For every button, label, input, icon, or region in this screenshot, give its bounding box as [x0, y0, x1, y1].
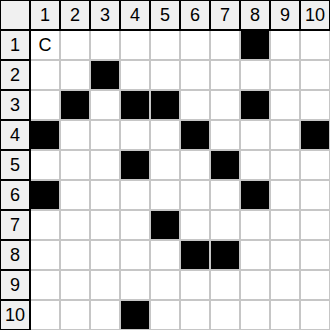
- cell-r5-c6[interactable]: [181, 151, 211, 181]
- cell-r8-c6[interactable]: [181, 241, 211, 271]
- cell-r4-c9[interactable]: [271, 121, 301, 151]
- cell-r10-c8[interactable]: [241, 301, 271, 330]
- cell-r3-c6[interactable]: [181, 91, 211, 121]
- crossword-board: 123456789101C2345678910: [0, 0, 330, 330]
- cell-r5-c10[interactable]: [301, 151, 330, 181]
- cell-r9-c4[interactable]: [121, 271, 151, 301]
- cell-r2-c6[interactable]: [181, 61, 211, 91]
- cell-r9-c7[interactable]: [211, 271, 241, 301]
- cell-r10-c10[interactable]: [301, 301, 330, 330]
- cell-r6-c1[interactable]: [31, 181, 61, 211]
- cell-r10-c9[interactable]: [271, 301, 301, 330]
- cell-r7-c8[interactable]: [241, 211, 271, 241]
- cell-r7-c6[interactable]: [181, 211, 211, 241]
- cell-r10-c5[interactable]: [151, 301, 181, 330]
- cell-r9-c6[interactable]: [181, 271, 211, 301]
- cell-r8-c1[interactable]: [31, 241, 61, 271]
- cell-r2-c9[interactable]: [271, 61, 301, 91]
- cell-r4-c6[interactable]: [181, 121, 211, 151]
- cell-r6-c8[interactable]: [241, 181, 271, 211]
- cell-r1-c4[interactable]: [121, 31, 151, 61]
- row-header-6: 6: [1, 181, 31, 211]
- col-header-5: 5: [151, 1, 181, 31]
- cell-r3-c3[interactable]: [91, 91, 121, 121]
- cell-r10-c7[interactable]: [211, 301, 241, 330]
- cell-r5-c2[interactable]: [61, 151, 91, 181]
- row-header-10: 10: [1, 301, 31, 330]
- row-header-1: 1: [1, 31, 31, 61]
- cell-r2-c4[interactable]: [121, 61, 151, 91]
- cell-r1-c3[interactable]: [91, 31, 121, 61]
- cell-r6-c2[interactable]: [61, 181, 91, 211]
- cell-r6-c3[interactable]: [91, 181, 121, 211]
- cell-r6-c6[interactable]: [181, 181, 211, 211]
- row-header-9: 9: [1, 271, 31, 301]
- cell-r7-c3[interactable]: [91, 211, 121, 241]
- cell-r9-c5[interactable]: [151, 271, 181, 301]
- cell-r10-c4[interactable]: [121, 301, 151, 330]
- cell-r1-c10[interactable]: [301, 31, 330, 61]
- cell-r6-c10[interactable]: [301, 181, 330, 211]
- col-header-8: 8: [241, 1, 271, 31]
- cell-r10-c1[interactable]: [31, 301, 61, 330]
- row-header-5: 5: [1, 151, 31, 181]
- cell-r5-c7[interactable]: [211, 151, 241, 181]
- cell-r7-c7[interactable]: [211, 211, 241, 241]
- cell-r9-c1[interactable]: [31, 271, 61, 301]
- cell-r7-c4[interactable]: [121, 211, 151, 241]
- cell-r4-c7[interactable]: [211, 121, 241, 151]
- row-header-8: 8: [1, 241, 31, 271]
- cell-r4-c2[interactable]: [61, 121, 91, 151]
- cell-r2-c7[interactable]: [211, 61, 241, 91]
- cell-r7-c5[interactable]: [151, 211, 181, 241]
- cell-r3-c4[interactable]: [121, 91, 151, 121]
- cell-r5-c1[interactable]: [31, 151, 61, 181]
- cell-r8-c8[interactable]: [241, 241, 271, 271]
- cell-r3-c10[interactable]: [301, 91, 330, 121]
- cell-r3-c8[interactable]: [241, 91, 271, 121]
- row-header-2: 2: [1, 61, 31, 91]
- cell-r7-c10[interactable]: [301, 211, 330, 241]
- cell-r9-c8[interactable]: [241, 271, 271, 301]
- cell-r7-c2[interactable]: [61, 211, 91, 241]
- row-header-7: 7: [1, 211, 31, 241]
- cell-r1-c8[interactable]: [241, 31, 271, 61]
- col-header-1: 1: [31, 1, 61, 31]
- cell-r2-c1[interactable]: [31, 61, 61, 91]
- cell-r3-c9[interactable]: [271, 91, 301, 121]
- cell-r8-c5[interactable]: [151, 241, 181, 271]
- cell-r9-c2[interactable]: [61, 271, 91, 301]
- cell-r6-c4[interactable]: [121, 181, 151, 211]
- col-header-6: 6: [181, 1, 211, 31]
- col-header-4: 4: [121, 1, 151, 31]
- row-header-4: 4: [1, 121, 31, 151]
- cell-r9-c3[interactable]: [91, 271, 121, 301]
- col-header-7: 7: [211, 1, 241, 31]
- cell-r3-c2[interactable]: [61, 91, 91, 121]
- cell-r3-c7[interactable]: [211, 91, 241, 121]
- cell-r1-c5[interactable]: [151, 31, 181, 61]
- col-header-9: 9: [271, 1, 301, 31]
- cell-r6-c7[interactable]: [211, 181, 241, 211]
- cell-r8-c10[interactable]: [301, 241, 330, 271]
- cell-r10-c6[interactable]: [181, 301, 211, 330]
- cell-r8-c2[interactable]: [61, 241, 91, 271]
- cell-r4-c1[interactable]: [31, 121, 61, 151]
- cell-r10-c2[interactable]: [61, 301, 91, 330]
- cell-r1-c7[interactable]: [211, 31, 241, 61]
- cell-r10-c3[interactable]: [91, 301, 121, 330]
- cell-r2-c3[interactable]: [91, 61, 121, 91]
- cell-r9-c9[interactable]: [271, 271, 301, 301]
- cell-r3-c1[interactable]: [31, 91, 61, 121]
- cell-r5-c4[interactable]: [121, 151, 151, 181]
- cell-r4-c8[interactable]: [241, 121, 271, 151]
- cell-r4-c3[interactable]: [91, 121, 121, 151]
- cell-r3-c5[interactable]: [151, 91, 181, 121]
- cell-r5-c9[interactable]: [271, 151, 301, 181]
- cell-r4-c10[interactable]: [301, 121, 330, 151]
- cell-r1-c6[interactable]: [181, 31, 211, 61]
- cell-r2-c8[interactable]: [241, 61, 271, 91]
- cell-r2-c2[interactable]: [61, 61, 91, 91]
- cell-r8-c7[interactable]: [211, 241, 241, 271]
- col-header-3: 3: [91, 1, 121, 31]
- cell-r5-c5[interactable]: [151, 151, 181, 181]
- cell-r7-c1[interactable]: [31, 211, 61, 241]
- cell-r5-c8[interactable]: [241, 151, 271, 181]
- corner-cell: [1, 1, 31, 31]
- cell-r1-c1[interactable]: C: [31, 31, 61, 61]
- col-header-2: 2: [61, 1, 91, 31]
- cell-r2-c10[interactable]: [301, 61, 330, 91]
- row-header-3: 3: [1, 91, 31, 121]
- cell-r2-c5[interactable]: [151, 61, 181, 91]
- cell-r4-c5[interactable]: [151, 121, 181, 151]
- cell-r1-c9[interactable]: [271, 31, 301, 61]
- cell-r8-c4[interactable]: [121, 241, 151, 271]
- cell-r1-c2[interactable]: [61, 31, 91, 61]
- cell-r8-c3[interactable]: [91, 241, 121, 271]
- cell-r7-c9[interactable]: [271, 211, 301, 241]
- cell-r5-c3[interactable]: [91, 151, 121, 181]
- cell-r8-c9[interactable]: [271, 241, 301, 271]
- col-header-10: 10: [301, 1, 330, 31]
- cell-r9-c10[interactable]: [301, 271, 330, 301]
- cell-r4-c4[interactable]: [121, 121, 151, 151]
- cell-r6-c5[interactable]: [151, 181, 181, 211]
- cell-r6-c9[interactable]: [271, 181, 301, 211]
